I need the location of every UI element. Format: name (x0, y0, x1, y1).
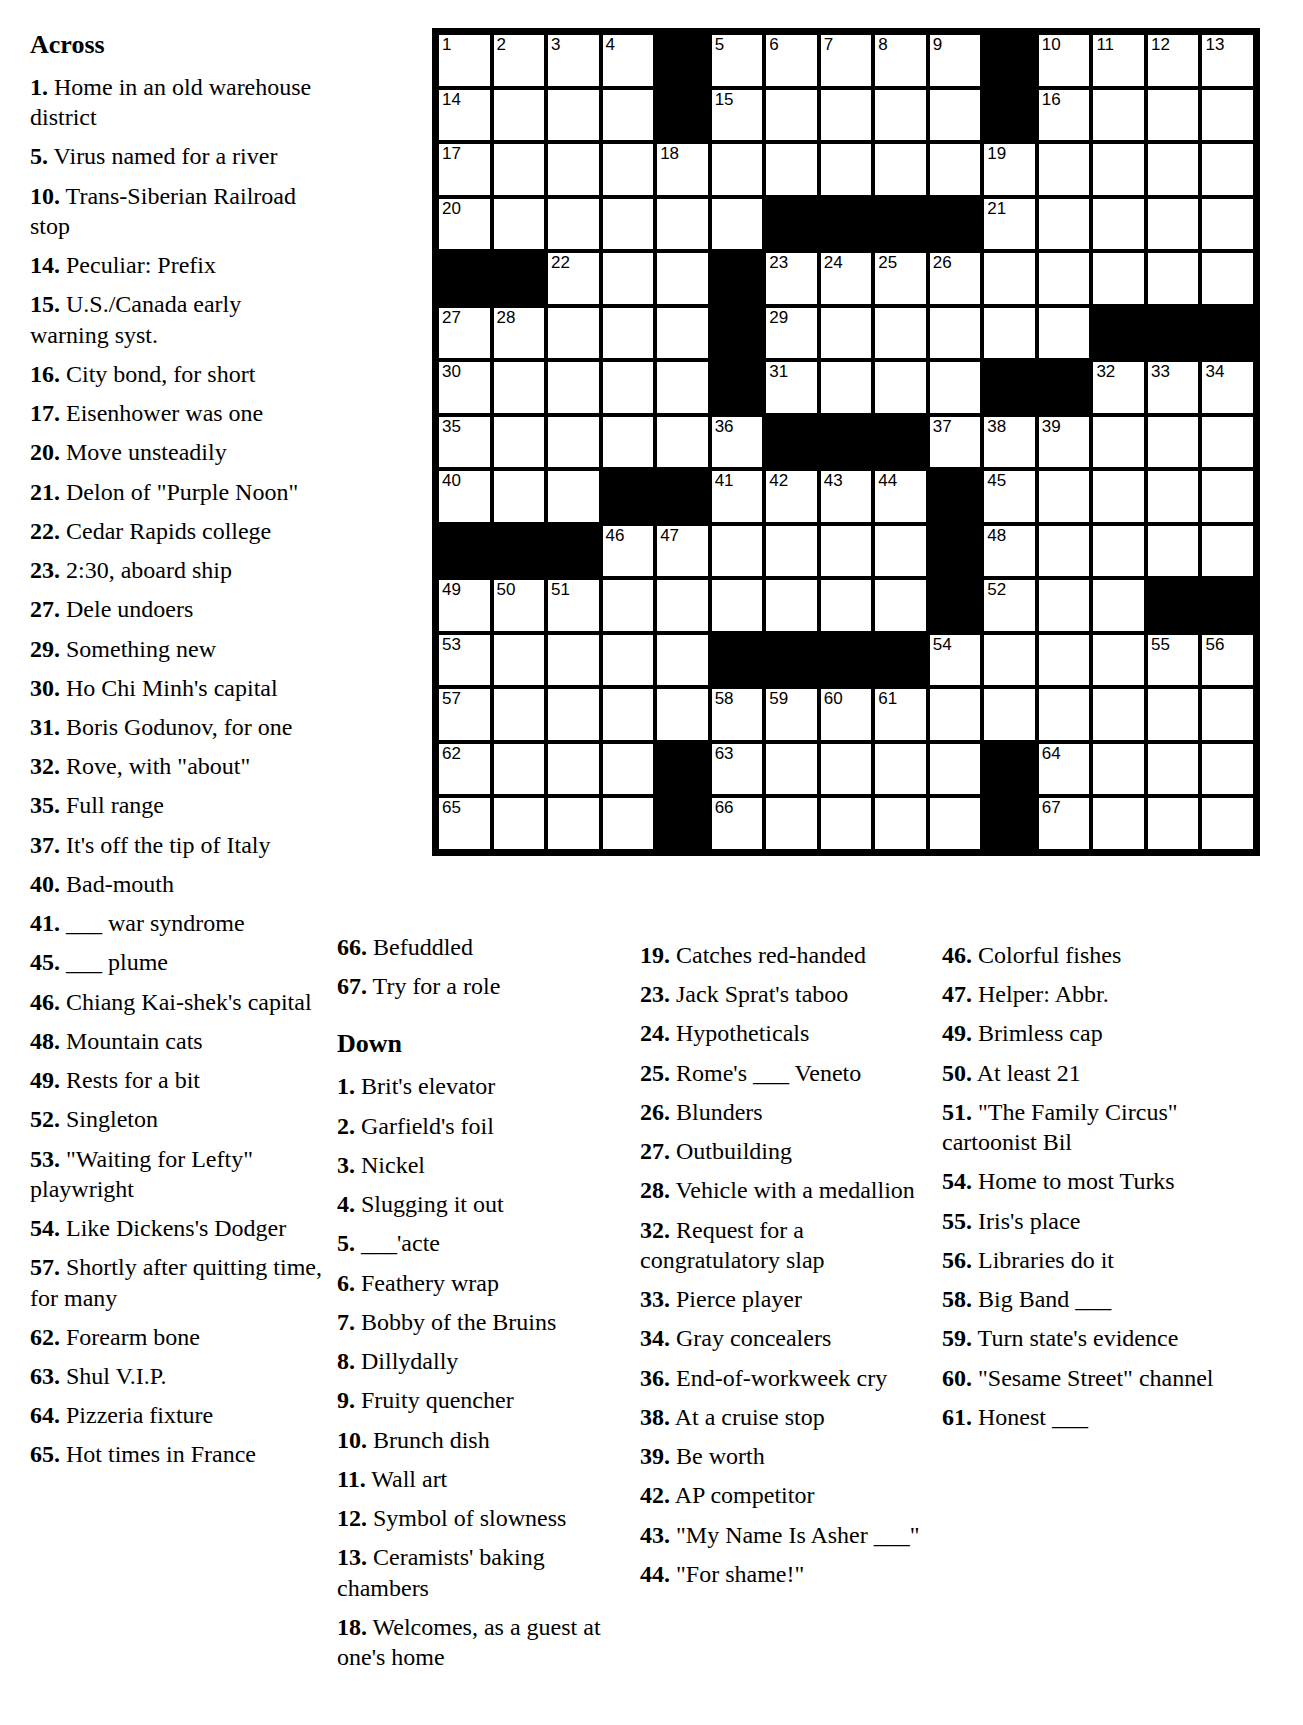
cell-r9c1[interactable]: 40 (439, 471, 490, 522)
cell-r5c3[interactable]: 22 (548, 253, 599, 304)
clue-number: 18. (337, 1614, 367, 1640)
cell-r7c4[interactable] (603, 362, 654, 413)
cell-number: 16 (1042, 91, 1061, 110)
cell-r1c4[interactable]: 4 (603, 35, 654, 86)
cell-r4c6[interactable] (712, 199, 763, 250)
cell-r8c14[interactable] (1148, 417, 1199, 468)
clue-down-50: 50. At least 21 (942, 1058, 1242, 1088)
cell-r11c9[interactable] (875, 580, 926, 631)
clue-number: 21. (30, 479, 60, 505)
clue-down-7: 7. Bobby of the Bruins (337, 1307, 605, 1337)
cell-r5c13[interactable] (1093, 253, 1144, 304)
cell-number: 18 (660, 145, 679, 164)
cell-number: 7 (824, 36, 833, 55)
cell-r15c10[interactable] (930, 798, 981, 849)
cell-number: 39 (1042, 418, 1061, 437)
cell-r11c3[interactable]: 51 (548, 580, 599, 631)
cell-r2c14[interactable] (1148, 90, 1199, 141)
cell-r11c14 (1148, 580, 1199, 631)
clue-down-34: 34. Gray concealers (640, 1323, 928, 1353)
cell-r3c7[interactable] (766, 144, 817, 195)
cell-r13c8[interactable]: 60 (821, 689, 872, 740)
cell-r6c1[interactable]: 27 (439, 308, 490, 359)
cell-r5c7[interactable]: 23 (766, 253, 817, 304)
cell-r8c2[interactable] (494, 417, 545, 468)
cell-r7c14[interactable]: 33 (1148, 362, 1199, 413)
clue-across-27: 27. Dele undoers (30, 594, 322, 624)
cell-r11c11[interactable]: 52 (984, 580, 1035, 631)
cell-r3c3[interactable] (548, 144, 599, 195)
cell-r6c8[interactable] (821, 308, 872, 359)
cell-r13c15[interactable] (1202, 689, 1253, 740)
clue-column-4: 46. Colorful fishes47. Helper: Abbr.49. … (942, 940, 1242, 1441)
cell-number: 53 (442, 636, 461, 655)
clue-number: 43. (640, 1522, 670, 1548)
clue-number: 39. (640, 1443, 670, 1469)
cell-number: 28 (497, 309, 516, 328)
cell-r2c10[interactable] (930, 90, 981, 141)
cell-r11c8[interactable] (821, 580, 872, 631)
cell-r8c6[interactable]: 36 (712, 417, 763, 468)
cell-r1c10[interactable]: 9 (930, 35, 981, 86)
cell-r5c4[interactable] (603, 253, 654, 304)
cell-r12c14[interactable]: 55 (1148, 635, 1199, 686)
cell-r7c2[interactable] (494, 362, 545, 413)
cell-number: 42 (769, 472, 788, 491)
cell-r12c11[interactable] (984, 635, 1035, 686)
clue-down-28: 28. Vehicle with a medallion (640, 1175, 928, 1205)
clue-down-61: 61. Honest ___ (942, 1402, 1242, 1432)
cell-r10c9[interactable] (875, 526, 926, 577)
cell-r7c7[interactable]: 31 (766, 362, 817, 413)
clue-down-10: 10. Brunch dish (337, 1425, 605, 1455)
cell-r15c3[interactable] (548, 798, 599, 849)
clue-number: 4. (337, 1191, 355, 1217)
cell-r12c13[interactable] (1093, 635, 1144, 686)
cell-r3c9[interactable] (875, 144, 926, 195)
clue-number: 24. (640, 1020, 670, 1046)
clue-number: 66. (337, 934, 367, 960)
clue-across-52: 52. Singleton (30, 1104, 322, 1134)
clue-across-17: 17. Eisenhower was one (30, 398, 322, 428)
cell-number: 26 (933, 254, 952, 273)
clue-number: 47. (942, 981, 972, 1007)
cell-r8c13[interactable] (1093, 417, 1144, 468)
cell-number: 56 (1205, 636, 1224, 655)
cell-r11c4[interactable] (603, 580, 654, 631)
clue-number: 14. (30, 252, 60, 278)
clue-number: 37. (30, 832, 60, 858)
clue-number: 32. (30, 753, 60, 779)
cell-r2c3[interactable] (548, 90, 599, 141)
cell-r15c1[interactable]: 65 (439, 798, 490, 849)
cell-r13c7[interactable]: 59 (766, 689, 817, 740)
cell-r11c1[interactable]: 49 (439, 580, 490, 631)
cell-r5c8[interactable]: 24 (821, 253, 872, 304)
cell-r15c2[interactable] (494, 798, 545, 849)
cell-r8c9 (875, 417, 926, 468)
cell-r3c12[interactable] (1039, 144, 1090, 195)
cell-r9c11[interactable]: 45 (984, 471, 1035, 522)
cell-r13c13[interactable] (1093, 689, 1144, 740)
cell-number: 51 (551, 581, 570, 600)
clue-across-40: 40. Bad-mouth (30, 869, 322, 899)
cell-r15c7[interactable] (766, 798, 817, 849)
cell-r11c13[interactable] (1093, 580, 1144, 631)
cell-r7c10[interactable] (930, 362, 981, 413)
cell-r11c6[interactable] (712, 580, 763, 631)
cell-r14c4[interactable] (603, 744, 654, 795)
cell-r9c6[interactable]: 41 (712, 471, 763, 522)
clue-number: 5. (337, 1230, 355, 1256)
cell-r2c13[interactable] (1093, 90, 1144, 141)
cell-r7c1[interactable]: 30 (439, 362, 490, 413)
cell-r1c3[interactable]: 3 (548, 35, 599, 86)
cell-r15c11 (984, 798, 1035, 849)
cell-r6c7[interactable]: 29 (766, 308, 817, 359)
clue-down-4: 4. Slugging it out (337, 1189, 605, 1219)
cell-r6c4[interactable] (603, 308, 654, 359)
cell-r13c4[interactable] (603, 689, 654, 740)
cell-r4c2[interactable] (494, 199, 545, 250)
cell-r10c8[interactable] (821, 526, 872, 577)
clue-number: 17. (30, 400, 60, 426)
clue-number: 46. (30, 989, 60, 1015)
clue-down-3: 3. Nickel (337, 1150, 605, 1180)
cell-r15c12[interactable]: 67 (1039, 798, 1090, 849)
cell-r14c9[interactable] (875, 744, 926, 795)
cell-r8c15[interactable] (1202, 417, 1253, 468)
cell-r1c6[interactable]: 5 (712, 35, 763, 86)
cell-r10c14[interactable] (1148, 526, 1199, 577)
clue-across-49: 49. Rests for a bit (30, 1065, 322, 1095)
clue-across-54: 54. Like Dickens's Dodger (30, 1213, 322, 1243)
cell-r14c7[interactable] (766, 744, 817, 795)
cell-r13c10[interactable] (930, 689, 981, 740)
cell-r4c12[interactable] (1039, 199, 1090, 250)
clue-across-35: 35. Full range (30, 790, 322, 820)
cell-r6c6 (712, 308, 763, 359)
cell-r7c9[interactable] (875, 362, 926, 413)
clue-number: 51. (942, 1099, 972, 1125)
cell-r12c12[interactable] (1039, 635, 1090, 686)
cell-r6c9[interactable] (875, 308, 926, 359)
cell-r8c1[interactable]: 35 (439, 417, 490, 468)
cell-r4c3[interactable] (548, 199, 599, 250)
cell-r15c4[interactable] (603, 798, 654, 849)
cell-r2c7[interactable] (766, 90, 817, 141)
clue-across-63: 63. Shul V.I.P. (30, 1361, 322, 1391)
cell-number: 15 (715, 91, 734, 110)
cell-r9c7[interactable]: 42 (766, 471, 817, 522)
cell-r14c2[interactable] (494, 744, 545, 795)
cell-r10c4[interactable]: 46 (603, 526, 654, 577)
clue-across-15: 15. U.S./Canada early warning syst. (30, 289, 322, 349)
clue-down-59: 59. Turn state's evidence (942, 1323, 1242, 1353)
clue-number: 27. (640, 1138, 670, 1164)
cell-r12c4[interactable] (603, 635, 654, 686)
cell-r3c1[interactable]: 17 (439, 144, 490, 195)
clue-number: 28. (640, 1177, 670, 1203)
cell-r12c5[interactable] (657, 635, 708, 686)
cell-r13c6[interactable]: 58 (712, 689, 763, 740)
cell-r3c14[interactable] (1148, 144, 1199, 195)
cell-r10c6[interactable] (712, 526, 763, 577)
clue-down-26: 26. Blunders (640, 1097, 928, 1127)
cell-r8c4[interactable] (603, 417, 654, 468)
clue-number: 7. (337, 1309, 355, 1335)
cell-r4c13[interactable] (1093, 199, 1144, 250)
cell-r15c15[interactable] (1202, 798, 1253, 849)
clue-down-38: 38. At a cruise stop (640, 1402, 928, 1432)
cell-r10c11[interactable]: 48 (984, 526, 1035, 577)
cell-r5c11[interactable] (984, 253, 1035, 304)
cell-r10c15[interactable] (1202, 526, 1253, 577)
cell-r2c12[interactable]: 16 (1039, 90, 1090, 141)
cell-r8c3[interactable] (548, 417, 599, 468)
cell-r4c14[interactable] (1148, 199, 1199, 250)
clue-across-65: 65. Hot times in France (30, 1439, 322, 1469)
cell-r1c2[interactable]: 2 (494, 35, 545, 86)
cell-r13c2[interactable] (494, 689, 545, 740)
cell-number: 44 (878, 472, 897, 491)
cell-r7c8[interactable] (821, 362, 872, 413)
cell-r8c10[interactable]: 37 (930, 417, 981, 468)
cell-r12c15[interactable]: 56 (1202, 635, 1253, 686)
cell-r5c12[interactable] (1039, 253, 1090, 304)
down-clue-list-3: 46. Colorful fishes47. Helper: Abbr.49. … (942, 940, 1242, 1432)
cell-r12c2[interactable] (494, 635, 545, 686)
cell-r8c7 (766, 417, 817, 468)
cell-r6c12[interactable] (1039, 308, 1090, 359)
cell-number: 41 (715, 472, 734, 491)
cell-r4c1[interactable]: 20 (439, 199, 490, 250)
clue-number: 32. (640, 1217, 670, 1243)
cell-r11c2[interactable]: 50 (494, 580, 545, 631)
cell-r14c1[interactable]: 62 (439, 744, 490, 795)
cell-r6c2[interactable]: 28 (494, 308, 545, 359)
cell-number: 12 (1151, 36, 1170, 55)
cell-r5c14[interactable] (1148, 253, 1199, 304)
cell-r3c13[interactable] (1093, 144, 1144, 195)
clue-down-8: 8. Dillydally (337, 1346, 605, 1376)
crossword-grid: 1234567891011121314151617181920212223242… (432, 28, 1260, 856)
clue-number: 19. (640, 942, 670, 968)
cell-r9c13[interactable] (1093, 471, 1144, 522)
down-clue-list-2: 19. Catches red-handed23. Jack Sprat's t… (640, 940, 928, 1589)
clue-number: 33. (640, 1286, 670, 1312)
cell-number: 27 (442, 309, 461, 328)
cell-r5c1 (439, 253, 490, 304)
cell-number: 24 (824, 254, 843, 273)
cell-r2c2[interactable] (494, 90, 545, 141)
cell-r10c12[interactable] (1039, 526, 1090, 577)
cell-r14c14[interactable] (1148, 744, 1199, 795)
cell-r14c13[interactable] (1093, 744, 1144, 795)
clue-number: 30. (30, 675, 60, 701)
cell-r4c15[interactable] (1202, 199, 1253, 250)
cell-number: 4 (606, 36, 615, 55)
cell-r11c12[interactable] (1039, 580, 1090, 631)
cell-r2c1[interactable]: 14 (439, 90, 490, 141)
cell-r11c5[interactable] (657, 580, 708, 631)
cell-r15c13[interactable] (1093, 798, 1144, 849)
clue-down-5: 5. ___'acte (337, 1228, 605, 1258)
cell-r11c15 (1202, 580, 1253, 631)
cell-r9c12[interactable] (1039, 471, 1090, 522)
clue-across-62: 62. Forearm bone (30, 1322, 322, 1352)
clue-number: 12. (337, 1505, 367, 1531)
clue-across-66: 66. Befuddled (337, 932, 605, 962)
cell-r3c4[interactable] (603, 144, 654, 195)
cell-number: 52 (987, 581, 1006, 600)
cell-r6c10[interactable] (930, 308, 981, 359)
clue-number: 64. (30, 1402, 60, 1428)
clue-across-29: 29. Something new (30, 634, 322, 664)
cell-r14c6[interactable]: 63 (712, 744, 763, 795)
cell-r14c3[interactable] (548, 744, 599, 795)
cell-r13c11[interactable] (984, 689, 1035, 740)
cell-r4c5[interactable] (657, 199, 708, 250)
cell-r13c3[interactable] (548, 689, 599, 740)
cell-r1c15[interactable]: 13 (1202, 35, 1253, 86)
cell-r3c15[interactable] (1202, 144, 1253, 195)
clue-number: 53. (30, 1146, 60, 1172)
cell-r4c9 (875, 199, 926, 250)
cell-r3c11[interactable]: 19 (984, 144, 1035, 195)
cell-r15c14[interactable] (1148, 798, 1199, 849)
cell-r5c5[interactable] (657, 253, 708, 304)
cell-r13c5[interactable] (657, 689, 708, 740)
cell-r12c10[interactable]: 54 (930, 635, 981, 686)
cell-r14c12[interactable]: 64 (1039, 744, 1090, 795)
cell-r14c5 (657, 744, 708, 795)
cell-r13c9[interactable]: 61 (875, 689, 926, 740)
cell-r3c10[interactable] (930, 144, 981, 195)
cell-r6c11[interactable] (984, 308, 1035, 359)
clue-number: 42. (640, 1482, 670, 1508)
cell-r13c12[interactable] (1039, 689, 1090, 740)
cell-r5c9[interactable]: 25 (875, 253, 926, 304)
cell-r3c2[interactable] (494, 144, 545, 195)
cell-number: 66 (715, 799, 734, 818)
cell-r1c9[interactable]: 8 (875, 35, 926, 86)
cell-r7c13[interactable]: 32 (1093, 362, 1144, 413)
clue-number: 54. (30, 1215, 60, 1241)
cell-r1c12[interactable]: 10 (1039, 35, 1090, 86)
cell-number: 36 (715, 418, 734, 437)
cell-r6c13 (1093, 308, 1144, 359)
cell-r9c15[interactable] (1202, 471, 1253, 522)
cell-r9c14[interactable] (1148, 471, 1199, 522)
cell-r10c2 (494, 526, 545, 577)
clue-number: 29. (30, 636, 60, 662)
cell-number: 22 (551, 254, 570, 273)
across-clue-list: 1. Home in an old warehouse district5. V… (30, 72, 322, 1470)
cell-r14c10[interactable] (930, 744, 981, 795)
cell-r1c13[interactable]: 11 (1093, 35, 1144, 86)
clue-across-48: 48. Mountain cats (30, 1026, 322, 1056)
cell-r10c13[interactable] (1093, 526, 1144, 577)
cell-r2c6[interactable]: 15 (712, 90, 763, 141)
cell-number: 47 (660, 527, 679, 546)
cell-r1c8[interactable]: 7 (821, 35, 872, 86)
cell-r2c4[interactable] (603, 90, 654, 141)
cell-r9c9[interactable]: 44 (875, 471, 926, 522)
cell-r1c11 (984, 35, 1035, 86)
cell-r3c8[interactable] (821, 144, 872, 195)
cell-number: 14 (442, 91, 461, 110)
cell-r5c10[interactable]: 26 (930, 253, 981, 304)
cell-r10c5[interactable]: 47 (657, 526, 708, 577)
cell-r2c9[interactable] (875, 90, 926, 141)
clue-across-41: 41. ___ war syndrome (30, 908, 322, 938)
cell-r2c15[interactable] (1202, 90, 1253, 141)
cell-r2c8[interactable] (821, 90, 872, 141)
cell-r8c5[interactable] (657, 417, 708, 468)
cell-r4c11[interactable]: 21 (984, 199, 1035, 250)
cell-r1c14[interactable]: 12 (1148, 35, 1199, 86)
cell-r15c9[interactable] (875, 798, 926, 849)
cell-r12c3[interactable] (548, 635, 599, 686)
cell-r9c3[interactable] (548, 471, 599, 522)
cell-r3c6[interactable] (712, 144, 763, 195)
clue-number: 41. (30, 910, 60, 936)
cell-r7c5[interactable] (657, 362, 708, 413)
clue-down-56: 56. Libraries do it (942, 1245, 1242, 1275)
cell-r14c15[interactable] (1202, 744, 1253, 795)
cell-r7c15[interactable]: 34 (1202, 362, 1253, 413)
cell-number: 67 (1042, 799, 1061, 818)
cell-r13c1[interactable]: 57 (439, 689, 490, 740)
clue-number: 5. (30, 143, 48, 169)
cell-r3c5[interactable]: 18 (657, 144, 708, 195)
cell-r1c1[interactable]: 1 (439, 35, 490, 86)
clue-across-37: 37. It's off the tip of Italy (30, 830, 322, 860)
cell-r13c14[interactable] (1148, 689, 1199, 740)
clue-down-1: 1. Brit's elevator (337, 1071, 605, 1101)
cell-r14c8[interactable] (821, 744, 872, 795)
cell-r15c8[interactable] (821, 798, 872, 849)
cell-number: 9 (933, 36, 942, 55)
cell-r7c11 (984, 362, 1035, 413)
cell-r8c11[interactable]: 38 (984, 417, 1035, 468)
down-header: Down (337, 1029, 605, 1059)
cell-r12c1[interactable]: 53 (439, 635, 490, 686)
cell-r5c15[interactable] (1202, 253, 1253, 304)
cell-number: 49 (442, 581, 461, 600)
cell-r4c4[interactable] (603, 199, 654, 250)
clue-column-3: 19. Catches red-handed23. Jack Sprat's t… (640, 940, 928, 1598)
cell-r10c1 (439, 526, 490, 577)
cell-r7c12 (1039, 362, 1090, 413)
cell-r8c12[interactable]: 39 (1039, 417, 1090, 468)
cell-r11c7[interactable] (766, 580, 817, 631)
cell-r7c3[interactable] (548, 362, 599, 413)
clue-number: 46. (942, 942, 972, 968)
clue-across-31: 31. Boris Godunov, for one (30, 712, 322, 742)
cell-number: 63 (715, 745, 734, 764)
cell-r6c3[interactable] (548, 308, 599, 359)
cell-r1c7[interactable]: 6 (766, 35, 817, 86)
down-clue-list: 1. Brit's elevator2. Garfield's foil3. N… (337, 1071, 605, 1672)
cell-r10c7[interactable] (766, 526, 817, 577)
cell-r6c5[interactable] (657, 308, 708, 359)
clue-across-14: 14. Peculiar: Prefix (30, 250, 322, 280)
cell-r15c6[interactable]: 66 (712, 798, 763, 849)
cell-r9c8[interactable]: 43 (821, 471, 872, 522)
cell-r9c2[interactable] (494, 471, 545, 522)
